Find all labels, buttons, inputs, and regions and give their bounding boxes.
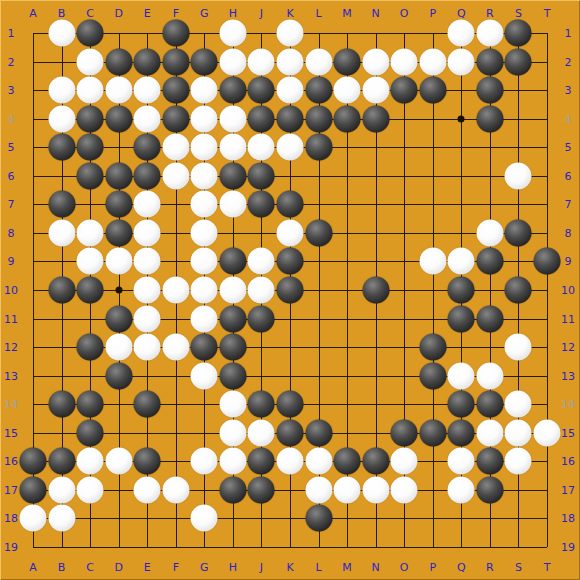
column-label-bottom: A: [29, 562, 37, 573]
white-stone: [476, 419, 503, 446]
white-stone: [48, 476, 75, 503]
row-label-right: 14: [561, 399, 575, 410]
row-label-right: 6: [565, 170, 572, 181]
column-label-bottom: R: [486, 562, 494, 573]
white-stone: [191, 248, 218, 275]
star-point: [115, 287, 122, 294]
black-stone: [105, 305, 132, 332]
black-stone: [476, 305, 503, 332]
white-stone: [476, 362, 503, 389]
black-stone: [277, 105, 304, 132]
white-stone: [334, 77, 361, 104]
column-label-top: K: [286, 8, 293, 19]
black-stone: [362, 448, 389, 475]
white-stone: [77, 476, 104, 503]
white-stone: [305, 48, 332, 75]
grid-line-vertical: [547, 33, 548, 547]
white-stone: [219, 134, 246, 161]
white-stone: [277, 448, 304, 475]
black-stone: [362, 277, 389, 304]
white-stone: [334, 476, 361, 503]
white-stone: [476, 219, 503, 246]
white-stone: [277, 134, 304, 161]
column-label-top: S: [515, 8, 522, 19]
black-stone: [77, 20, 104, 47]
white-stone: [219, 105, 246, 132]
white-stone: [191, 162, 218, 189]
white-stone: [162, 162, 189, 189]
column-label-top: E: [144, 8, 151, 19]
white-stone: [476, 20, 503, 47]
black-stone: [305, 505, 332, 532]
row-label-right: 11: [561, 313, 575, 324]
black-stone: [77, 105, 104, 132]
black-stone: [334, 48, 361, 75]
black-stone: [134, 162, 161, 189]
white-stone: [48, 20, 75, 47]
black-stone: [334, 105, 361, 132]
black-stone: [248, 476, 275, 503]
row-label-left: 1: [8, 28, 15, 39]
white-stone: [448, 20, 475, 47]
white-stone: [191, 305, 218, 332]
white-stone: [448, 362, 475, 389]
column-label-bottom: S: [515, 562, 522, 573]
black-stone: [105, 362, 132, 389]
black-stone: [134, 48, 161, 75]
white-stone: [191, 219, 218, 246]
column-label-top: D: [114, 8, 122, 19]
white-stone: [105, 334, 132, 361]
column-label-top: O: [400, 8, 409, 19]
row-label-right: 17: [561, 484, 575, 495]
black-stone: [219, 162, 246, 189]
column-label-bottom: N: [372, 562, 380, 573]
white-stone: [219, 391, 246, 418]
row-label-right: 4: [565, 113, 572, 124]
white-stone: [162, 334, 189, 361]
black-stone: [305, 77, 332, 104]
black-stone: [105, 105, 132, 132]
white-stone: [105, 77, 132, 104]
column-label-bottom: D: [114, 562, 122, 573]
white-stone: [77, 248, 104, 275]
row-label-left: 2: [8, 56, 15, 67]
white-stone: [419, 48, 446, 75]
column-label-top: C: [86, 8, 94, 19]
white-stone: [191, 448, 218, 475]
white-stone: [219, 20, 246, 47]
white-stone: [134, 191, 161, 218]
white-stone: [134, 248, 161, 275]
white-stone: [20, 505, 47, 532]
white-stone: [191, 77, 218, 104]
black-stone: [476, 448, 503, 475]
white-stone: [448, 248, 475, 275]
row-label-right: 19: [561, 542, 575, 553]
column-label-top: A: [29, 8, 37, 19]
black-stone: [162, 105, 189, 132]
column-label-bottom: B: [58, 562, 66, 573]
black-stone: [77, 277, 104, 304]
black-stone: [419, 419, 446, 446]
column-label-bottom: L: [316, 562, 322, 573]
black-stone: [476, 77, 503, 104]
black-stone: [248, 105, 275, 132]
white-stone: [162, 277, 189, 304]
go-board-panel: AABBCCDDEEFFGGHHJJKKLLMMNNOOPPQQRRSSTT11…: [0, 0, 580, 580]
column-label-bottom: F: [173, 562, 179, 573]
white-stone: [48, 105, 75, 132]
column-label-bottom: Q: [457, 562, 466, 573]
white-stone: [248, 48, 275, 75]
white-stone: [448, 476, 475, 503]
row-label-right: 7: [565, 199, 572, 210]
white-stone: [48, 219, 75, 246]
row-label-right: 16: [561, 456, 575, 467]
row-label-left: 3: [8, 85, 15, 96]
black-stone: [248, 191, 275, 218]
white-stone: [505, 419, 532, 446]
white-stone: [534, 419, 561, 446]
black-stone: [277, 277, 304, 304]
black-stone: [476, 248, 503, 275]
grid-line-horizontal: [33, 547, 547, 548]
row-label-left: 6: [8, 170, 15, 181]
column-label-top: P: [429, 8, 436, 19]
row-label-right: 18: [561, 513, 575, 524]
row-label-right: 9: [565, 256, 572, 267]
white-stone: [505, 448, 532, 475]
white-stone: [162, 134, 189, 161]
column-label-top: H: [229, 8, 237, 19]
row-label-left: 9: [8, 256, 15, 267]
black-stone: [419, 362, 446, 389]
white-stone: [277, 77, 304, 104]
white-stone: [134, 305, 161, 332]
column-label-top: B: [58, 8, 66, 19]
white-stone: [77, 48, 104, 75]
black-stone: [162, 20, 189, 47]
row-label-left: 17: [4, 484, 18, 495]
row-label-right: 1: [565, 28, 572, 39]
white-stone: [362, 476, 389, 503]
black-stone: [476, 476, 503, 503]
black-stone: [476, 391, 503, 418]
go-board[interactable]: AABBCCDDEEFFGGHHJJKKLLMMNNOOPPQQRRSSTT11…: [0, 0, 580, 580]
column-label-bottom: G: [200, 562, 209, 573]
column-label-bottom: C: [86, 562, 94, 573]
white-stone: [277, 48, 304, 75]
black-stone: [219, 476, 246, 503]
row-label-right: 13: [561, 370, 575, 381]
white-stone: [77, 77, 104, 104]
white-stone: [391, 476, 418, 503]
column-label-top: L: [316, 8, 322, 19]
black-stone: [476, 48, 503, 75]
white-stone: [191, 134, 218, 161]
white-stone: [105, 448, 132, 475]
row-label-left: 11: [4, 313, 18, 324]
row-label-left: 12: [4, 342, 18, 353]
column-label-bottom: T: [544, 562, 551, 573]
black-stone: [219, 305, 246, 332]
column-label-top: J: [260, 8, 263, 19]
white-stone: [277, 20, 304, 47]
black-stone: [505, 277, 532, 304]
black-stone: [48, 391, 75, 418]
white-stone: [448, 48, 475, 75]
white-stone: [505, 334, 532, 361]
white-stone: [305, 476, 332, 503]
column-label-top: M: [342, 8, 352, 19]
white-stone: [191, 277, 218, 304]
column-label-top: R: [486, 8, 494, 19]
white-stone: [248, 277, 275, 304]
black-stone: [191, 48, 218, 75]
row-label-right: 2: [565, 56, 572, 67]
white-stone: [191, 505, 218, 532]
row-label-left: 7: [8, 199, 15, 210]
row-label-left: 14: [4, 399, 18, 410]
white-stone: [48, 505, 75, 532]
grid-line-horizontal: [33, 518, 547, 519]
black-stone: [105, 162, 132, 189]
black-stone: [391, 77, 418, 104]
white-stone: [248, 419, 275, 446]
black-stone: [77, 419, 104, 446]
row-label-right: 3: [565, 85, 572, 96]
black-stone: [248, 77, 275, 104]
grid-line-vertical: [433, 33, 434, 547]
row-label-left: 18: [4, 513, 18, 524]
black-stone: [77, 162, 104, 189]
black-stone: [505, 48, 532, 75]
black-stone: [391, 419, 418, 446]
row-label-left: 15: [4, 427, 18, 438]
black-stone: [219, 362, 246, 389]
white-stone: [77, 219, 104, 246]
black-stone: [248, 162, 275, 189]
black-stone: [505, 20, 532, 47]
black-stone: [77, 134, 104, 161]
black-stone: [277, 191, 304, 218]
column-label-top: T: [544, 8, 551, 19]
white-stone: [134, 105, 161, 132]
white-stone: [219, 419, 246, 446]
black-stone: [105, 219, 132, 246]
row-label-right: 15: [561, 427, 575, 438]
black-stone: [419, 334, 446, 361]
column-label-bottom: J: [260, 562, 263, 573]
black-stone: [77, 334, 104, 361]
white-stone: [419, 248, 446, 275]
black-stone: [48, 191, 75, 218]
column-label-bottom: E: [144, 562, 151, 573]
black-stone: [334, 448, 361, 475]
white-stone: [248, 134, 275, 161]
column-label-bottom: P: [429, 562, 436, 573]
black-stone: [219, 77, 246, 104]
column-label-top: G: [200, 8, 209, 19]
black-stone: [248, 448, 275, 475]
row-label-left: 13: [4, 370, 18, 381]
row-label-right: 10: [561, 285, 575, 296]
row-label-left: 10: [4, 285, 18, 296]
white-stone: [191, 105, 218, 132]
black-stone: [448, 419, 475, 446]
black-stone: [48, 277, 75, 304]
black-stone: [534, 248, 561, 275]
black-stone: [448, 277, 475, 304]
black-stone: [419, 77, 446, 104]
white-stone: [391, 48, 418, 75]
column-label-top: F: [173, 8, 179, 19]
black-stone: [219, 248, 246, 275]
white-stone: [134, 476, 161, 503]
white-stone: [448, 448, 475, 475]
white-stone: [219, 448, 246, 475]
black-stone: [48, 134, 75, 161]
white-stone: [219, 48, 246, 75]
black-stone: [305, 134, 332, 161]
column-label-bottom: H: [229, 562, 237, 573]
column-label-bottom: K: [286, 562, 293, 573]
white-stone: [277, 219, 304, 246]
white-stone: [305, 448, 332, 475]
white-stone: [134, 277, 161, 304]
row-label-left: 8: [8, 227, 15, 238]
row-label-right: 5: [565, 142, 572, 153]
white-stone: [505, 162, 532, 189]
column-label-bottom: O: [400, 562, 409, 573]
black-stone: [277, 391, 304, 418]
star-point: [458, 115, 465, 122]
white-stone: [191, 362, 218, 389]
black-stone: [134, 134, 161, 161]
row-label-right: 12: [561, 342, 575, 353]
white-stone: [219, 277, 246, 304]
black-stone: [305, 105, 332, 132]
black-stone: [476, 105, 503, 132]
black-stone: [448, 391, 475, 418]
row-label-left: 16: [4, 456, 18, 467]
white-stone: [105, 248, 132, 275]
black-stone: [219, 334, 246, 361]
black-stone: [448, 305, 475, 332]
black-stone: [105, 191, 132, 218]
black-stone: [362, 105, 389, 132]
white-stone: [362, 77, 389, 104]
black-stone: [20, 476, 47, 503]
row-label-left: 4: [8, 113, 15, 124]
white-stone: [219, 191, 246, 218]
white-stone: [505, 391, 532, 418]
column-label-top: N: [372, 8, 380, 19]
row-label-left: 19: [4, 542, 18, 553]
black-stone: [77, 391, 104, 418]
white-stone: [48, 77, 75, 104]
white-stone: [134, 334, 161, 361]
row-label-right: 8: [565, 227, 572, 238]
black-stone: [277, 248, 304, 275]
white-stone: [77, 448, 104, 475]
black-stone: [277, 419, 304, 446]
black-stone: [134, 391, 161, 418]
black-stone: [162, 77, 189, 104]
black-stone: [305, 419, 332, 446]
black-stone: [134, 448, 161, 475]
column-label-top: Q: [457, 8, 466, 19]
black-stone: [248, 305, 275, 332]
black-stone: [191, 334, 218, 361]
white-stone: [248, 248, 275, 275]
column-label-bottom: M: [342, 562, 352, 573]
black-stone: [48, 448, 75, 475]
white-stone: [362, 48, 389, 75]
white-stone: [134, 77, 161, 104]
black-stone: [305, 219, 332, 246]
black-stone: [248, 391, 275, 418]
row-label-left: 5: [8, 142, 15, 153]
white-stone: [134, 219, 161, 246]
white-stone: [191, 191, 218, 218]
black-stone: [505, 219, 532, 246]
black-stone: [162, 48, 189, 75]
white-stone: [391, 448, 418, 475]
white-stone: [162, 476, 189, 503]
black-stone: [20, 448, 47, 475]
black-stone: [105, 48, 132, 75]
